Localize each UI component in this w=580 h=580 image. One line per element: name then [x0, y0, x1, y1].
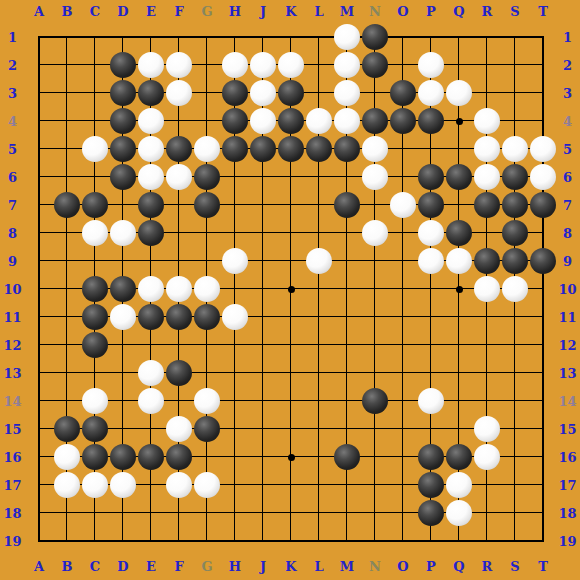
point-M19[interactable] [333, 527, 361, 555]
point-E14 [137, 387, 165, 415]
point-T1[interactable] [529, 23, 557, 51]
point-Q14[interactable] [445, 387, 473, 415]
point-J6[interactable] [249, 163, 277, 191]
point-R1[interactable] [473, 23, 501, 51]
point-A1[interactable] [25, 23, 53, 51]
point-O12[interactable] [389, 331, 417, 359]
point-J8[interactable] [249, 219, 277, 247]
point-S5 [501, 135, 529, 163]
point-R19[interactable] [473, 527, 501, 555]
point-A4[interactable] [25, 107, 53, 135]
point-P18 [417, 499, 445, 527]
point-G12[interactable] [193, 331, 221, 359]
point-D18[interactable] [109, 499, 137, 527]
black-stone-C12 [82, 332, 108, 358]
point-L2[interactable] [305, 51, 333, 79]
point-C7 [81, 191, 109, 219]
point-Q15[interactable] [445, 415, 473, 443]
point-L16[interactable] [305, 443, 333, 471]
point-B6[interactable] [53, 163, 81, 191]
point-A17[interactable] [25, 471, 53, 499]
point-H16[interactable] [221, 443, 249, 471]
row-label-6: 6 [555, 163, 580, 191]
point-D13[interactable] [109, 359, 137, 387]
point-T10[interactable] [529, 275, 557, 303]
point-N12[interactable] [361, 331, 389, 359]
point-N10[interactable] [361, 275, 389, 303]
point-G6 [193, 163, 221, 191]
point-K8[interactable] [277, 219, 305, 247]
point-K11[interactable] [277, 303, 305, 331]
col-label-M: M [333, 0, 361, 23]
point-E17[interactable] [137, 471, 165, 499]
point-F19[interactable] [165, 527, 193, 555]
point-C6[interactable] [81, 163, 109, 191]
point-H10[interactable] [221, 275, 249, 303]
point-M10[interactable] [333, 275, 361, 303]
white-stone-K2 [278, 52, 304, 78]
point-K12[interactable] [277, 331, 305, 359]
point-S11[interactable] [501, 303, 529, 331]
point-M9[interactable] [333, 247, 361, 275]
point-C16 [81, 443, 109, 471]
white-stone-F10 [166, 276, 192, 302]
point-K10[interactable] [277, 275, 305, 303]
point-T19[interactable] [529, 527, 557, 555]
point-O15[interactable] [389, 415, 417, 443]
point-B11[interactable] [53, 303, 81, 331]
point-A12[interactable] [25, 331, 53, 359]
point-L18[interactable] [305, 499, 333, 527]
point-H13[interactable] [221, 359, 249, 387]
point-L10[interactable] [305, 275, 333, 303]
point-P15[interactable] [417, 415, 445, 443]
point-M18[interactable] [333, 499, 361, 527]
point-B13[interactable] [53, 359, 81, 387]
black-stone-M16 [334, 444, 360, 470]
point-Q10[interactable] [445, 275, 473, 303]
point-F18[interactable] [165, 499, 193, 527]
row-label-17: 17 [555, 471, 580, 499]
point-K17[interactable] [277, 471, 305, 499]
point-R18[interactable] [473, 499, 501, 527]
star-point-Q4 [456, 118, 463, 125]
point-H15[interactable] [221, 415, 249, 443]
point-K6[interactable] [277, 163, 305, 191]
point-T12[interactable] [529, 331, 557, 359]
point-N15[interactable] [361, 415, 389, 443]
point-K9[interactable] [277, 247, 305, 275]
point-B14[interactable] [53, 387, 81, 415]
point-T15[interactable] [529, 415, 557, 443]
point-B2[interactable] [53, 51, 81, 79]
point-J15[interactable] [249, 415, 277, 443]
point-K7[interactable] [277, 191, 305, 219]
point-N16[interactable] [361, 443, 389, 471]
point-A3[interactable] [25, 79, 53, 107]
point-S15[interactable] [501, 415, 529, 443]
col-label-K: K [277, 553, 305, 580]
point-C18[interactable] [81, 499, 109, 527]
point-G13[interactable] [193, 359, 221, 387]
point-L15[interactable] [305, 415, 333, 443]
point-E3 [137, 79, 165, 107]
point-O14[interactable] [389, 387, 417, 415]
point-E15[interactable] [137, 415, 165, 443]
point-S3[interactable] [501, 79, 529, 107]
point-D9[interactable] [109, 247, 137, 275]
point-K19[interactable] [277, 527, 305, 555]
white-stone-S5 [502, 136, 528, 162]
row-label-11: 11 [555, 303, 580, 331]
black-stone-G7 [194, 192, 220, 218]
point-F14[interactable] [165, 387, 193, 415]
point-J10[interactable] [249, 275, 277, 303]
point-F1[interactable] [165, 23, 193, 51]
point-B19[interactable] [53, 527, 81, 555]
point-J19[interactable] [249, 527, 277, 555]
black-stone-D16 [110, 444, 136, 470]
point-J7[interactable] [249, 191, 277, 219]
point-A11[interactable] [25, 303, 53, 331]
point-N4 [361, 107, 389, 135]
col-label-J: J [249, 0, 277, 23]
point-P14 [417, 387, 445, 415]
point-H19[interactable] [221, 527, 249, 555]
point-P10[interactable] [417, 275, 445, 303]
col-label-M: M [333, 553, 361, 580]
point-J11[interactable] [249, 303, 277, 331]
point-A6[interactable] [25, 163, 53, 191]
point-A14[interactable] [25, 387, 53, 415]
point-O9[interactable] [389, 247, 417, 275]
point-R8[interactable] [473, 219, 501, 247]
point-A2[interactable] [25, 51, 53, 79]
point-T17[interactable] [529, 471, 557, 499]
white-stone-H2 [222, 52, 248, 78]
point-G9[interactable] [193, 247, 221, 275]
point-H18[interactable] [221, 499, 249, 527]
point-B12[interactable] [53, 331, 81, 359]
point-G3[interactable] [193, 79, 221, 107]
point-P13[interactable] [417, 359, 445, 387]
point-E7 [137, 191, 165, 219]
point-K15[interactable] [277, 415, 305, 443]
point-L11[interactable] [305, 303, 333, 331]
point-P5[interactable] [417, 135, 445, 163]
point-S14[interactable] [501, 387, 529, 415]
point-O3 [389, 79, 417, 107]
point-S12[interactable] [501, 331, 529, 359]
point-Q13[interactable] [445, 359, 473, 387]
point-K13[interactable] [277, 359, 305, 387]
point-N7[interactable] [361, 191, 389, 219]
point-J14[interactable] [249, 387, 277, 415]
row-label-3: 3 [555, 79, 580, 107]
point-T18[interactable] [529, 499, 557, 527]
white-stone-P14 [418, 388, 444, 414]
point-B9[interactable] [53, 247, 81, 275]
point-L17[interactable] [305, 471, 333, 499]
point-O2[interactable] [389, 51, 417, 79]
point-J18[interactable] [249, 499, 277, 527]
point-T11[interactable] [529, 303, 557, 331]
point-C10 [81, 275, 109, 303]
point-H6[interactable] [221, 163, 249, 191]
black-stone-C15 [82, 416, 108, 442]
point-Q16 [445, 443, 473, 471]
point-T16[interactable] [529, 443, 557, 471]
row-label-19: 19 [555, 527, 580, 555]
column-labels-bottom: ABCDEFGHJKLMNOPQRST [25, 553, 557, 580]
point-K1[interactable] [277, 23, 305, 51]
point-C3[interactable] [81, 79, 109, 107]
point-Q12[interactable] [445, 331, 473, 359]
point-D19[interactable] [109, 527, 137, 555]
point-R3[interactable] [473, 79, 501, 107]
point-O16[interactable] [389, 443, 417, 471]
point-M17[interactable] [333, 471, 361, 499]
point-G10 [193, 275, 221, 303]
point-N18[interactable] [361, 499, 389, 527]
point-L6[interactable] [305, 163, 333, 191]
point-Q5[interactable] [445, 135, 473, 163]
point-G2[interactable] [193, 51, 221, 79]
point-S13[interactable] [501, 359, 529, 387]
point-L9 [305, 247, 333, 275]
point-O6[interactable] [389, 163, 417, 191]
point-O13[interactable] [389, 359, 417, 387]
white-stone-Q18 [446, 500, 472, 526]
point-H8[interactable] [221, 219, 249, 247]
point-E19[interactable] [137, 527, 165, 555]
white-stone-C5 [82, 136, 108, 162]
point-C4[interactable] [81, 107, 109, 135]
point-Q1[interactable] [445, 23, 473, 51]
point-M6[interactable] [333, 163, 361, 191]
point-R14[interactable] [473, 387, 501, 415]
point-B3[interactable] [53, 79, 81, 107]
point-S4[interactable] [501, 107, 529, 135]
point-S17[interactable] [501, 471, 529, 499]
white-stone-M1 [334, 24, 360, 50]
point-T3[interactable] [529, 79, 557, 107]
point-A9[interactable] [25, 247, 53, 275]
point-Q18 [445, 499, 473, 527]
point-G18[interactable] [193, 499, 221, 527]
point-A15[interactable] [25, 415, 53, 443]
point-G16[interactable] [193, 443, 221, 471]
point-O11[interactable] [389, 303, 417, 331]
point-H1[interactable] [221, 23, 249, 51]
point-J1[interactable] [249, 23, 277, 51]
point-R9 [473, 247, 501, 275]
point-N9[interactable] [361, 247, 389, 275]
point-N17[interactable] [361, 471, 389, 499]
point-B8[interactable] [53, 219, 81, 247]
point-H12[interactable] [221, 331, 249, 359]
point-A7[interactable] [25, 191, 53, 219]
point-T4[interactable] [529, 107, 557, 135]
point-D17 [109, 471, 137, 499]
point-F4[interactable] [165, 107, 193, 135]
point-P1[interactable] [417, 23, 445, 51]
point-L3[interactable] [305, 79, 333, 107]
point-N2 [361, 51, 389, 79]
point-S18[interactable] [501, 499, 529, 527]
point-N19[interactable] [361, 527, 389, 555]
point-A5[interactable] [25, 135, 53, 163]
point-B4[interactable] [53, 107, 81, 135]
point-H7[interactable] [221, 191, 249, 219]
point-M12[interactable] [333, 331, 361, 359]
point-P11[interactable] [417, 303, 445, 331]
point-D1[interactable] [109, 23, 137, 51]
white-stone-J4 [250, 108, 276, 134]
point-R13[interactable] [473, 359, 501, 387]
point-O18[interactable] [389, 499, 417, 527]
point-K14[interactable] [277, 387, 305, 415]
point-E9[interactable] [137, 247, 165, 275]
point-P12[interactable] [417, 331, 445, 359]
black-stone-R9 [474, 248, 500, 274]
point-H17[interactable] [221, 471, 249, 499]
point-Q19[interactable] [445, 527, 473, 555]
point-D14[interactable] [109, 387, 137, 415]
point-S16[interactable] [501, 443, 529, 471]
point-L12[interactable] [305, 331, 333, 359]
row-label-9: 9 [555, 247, 580, 275]
point-E12[interactable] [137, 331, 165, 359]
white-stone-P8 [418, 220, 444, 246]
point-G4[interactable] [193, 107, 221, 135]
black-stone-C10 [82, 276, 108, 302]
black-stone-D5 [110, 136, 136, 162]
point-K16[interactable] [277, 443, 305, 471]
point-C19[interactable] [81, 527, 109, 555]
point-G8[interactable] [193, 219, 221, 247]
point-T14[interactable] [529, 387, 557, 415]
point-Q2[interactable] [445, 51, 473, 79]
point-N3[interactable] [361, 79, 389, 107]
point-E1[interactable] [137, 23, 165, 51]
point-J9[interactable] [249, 247, 277, 275]
point-S1[interactable] [501, 23, 529, 51]
point-O5[interactable] [389, 135, 417, 163]
point-R2[interactable] [473, 51, 501, 79]
point-J16[interactable] [249, 443, 277, 471]
point-M13[interactable] [333, 359, 361, 387]
point-M14[interactable] [333, 387, 361, 415]
point-T2[interactable] [529, 51, 557, 79]
point-L1[interactable] [305, 23, 333, 51]
point-A13[interactable] [25, 359, 53, 387]
black-stone-B15 [54, 416, 80, 442]
point-M11[interactable] [333, 303, 361, 331]
point-A19[interactable] [25, 527, 53, 555]
point-R12[interactable] [473, 331, 501, 359]
point-T8[interactable] [529, 219, 557, 247]
row-label-19: 19 [0, 527, 25, 555]
point-P19[interactable] [417, 527, 445, 555]
point-O10[interactable] [389, 275, 417, 303]
point-F12[interactable] [165, 331, 193, 359]
point-D12[interactable] [109, 331, 137, 359]
point-F7[interactable] [165, 191, 193, 219]
point-M16 [333, 443, 361, 471]
point-T6 [529, 163, 557, 191]
point-A18[interactable] [25, 499, 53, 527]
point-S2[interactable] [501, 51, 529, 79]
point-T13[interactable] [529, 359, 557, 387]
row-label-14: 14 [555, 387, 580, 415]
point-R17[interactable] [473, 471, 501, 499]
point-O19[interactable] [389, 527, 417, 555]
point-B1[interactable] [53, 23, 81, 51]
point-O17[interactable] [389, 471, 417, 499]
point-A10[interactable] [25, 275, 53, 303]
point-F17 [165, 471, 193, 499]
point-J13[interactable] [249, 359, 277, 387]
point-H14[interactable] [221, 387, 249, 415]
point-A8[interactable] [25, 219, 53, 247]
point-O8[interactable] [389, 219, 417, 247]
white-stone-E5 [138, 136, 164, 162]
point-C1[interactable] [81, 23, 109, 51]
point-Q11[interactable] [445, 303, 473, 331]
point-R11[interactable] [473, 303, 501, 331]
white-stone-N8 [362, 220, 388, 246]
point-S19[interactable] [501, 527, 529, 555]
point-A16[interactable] [25, 443, 53, 471]
point-Q7[interactable] [445, 191, 473, 219]
col-label-C: C [81, 0, 109, 23]
point-L19[interactable] [305, 527, 333, 555]
point-J12[interactable] [249, 331, 277, 359]
black-stone-H4 [222, 108, 248, 134]
point-F8[interactable] [165, 219, 193, 247]
point-M8[interactable] [333, 219, 361, 247]
point-C13[interactable] [81, 359, 109, 387]
point-G19[interactable] [193, 527, 221, 555]
point-O1[interactable] [389, 23, 417, 51]
point-C2[interactable] [81, 51, 109, 79]
point-B5[interactable] [53, 135, 81, 163]
point-J17[interactable] [249, 471, 277, 499]
row-label-1: 1 [555, 23, 580, 51]
point-M15[interactable] [333, 415, 361, 443]
point-G1[interactable] [193, 23, 221, 51]
point-F9[interactable] [165, 247, 193, 275]
point-B10[interactable] [53, 275, 81, 303]
point-E18[interactable] [137, 499, 165, 527]
point-K18[interactable] [277, 499, 305, 527]
point-C9[interactable] [81, 247, 109, 275]
col-label-R: R [473, 0, 501, 23]
point-G5 [193, 135, 221, 163]
point-N13[interactable] [361, 359, 389, 387]
point-N11[interactable] [361, 303, 389, 331]
point-E5 [137, 135, 165, 163]
point-L8[interactable] [305, 219, 333, 247]
point-Q4[interactable] [445, 107, 473, 135]
point-D7[interactable] [109, 191, 137, 219]
point-B18[interactable] [53, 499, 81, 527]
point-L7[interactable] [305, 191, 333, 219]
point-L13[interactable] [305, 359, 333, 387]
point-D15[interactable] [109, 415, 137, 443]
point-L14[interactable] [305, 387, 333, 415]
